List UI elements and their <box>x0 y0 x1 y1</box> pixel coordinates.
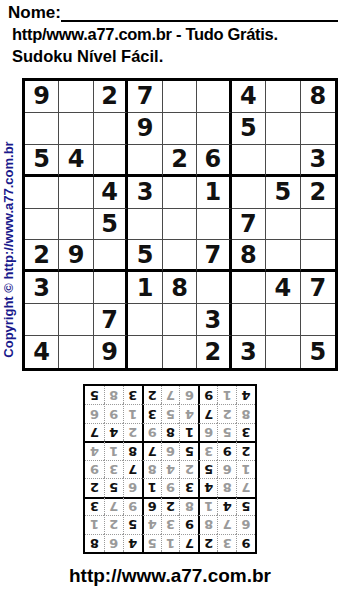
cell-r3c2[interactable]: 4 <box>59 145 93 177</box>
cell-r7c4[interactable]: 1 <box>128 272 162 304</box>
cell-r9c6[interactable]: 2 <box>197 336 231 368</box>
cell-r9c4[interactable] <box>128 336 162 368</box>
solution-cell-r3c9: 3 <box>85 497 104 515</box>
cell-r6c1[interactable]: 2 <box>25 240 59 272</box>
cell-r2c7[interactable]: 5 <box>232 113 266 145</box>
cell-r4c9[interactable]: 2 <box>301 177 335 209</box>
solution-cell-r5c4: 2 <box>179 460 198 478</box>
solution-cell-r3c8: 7 <box>104 497 123 515</box>
solution-cell-r5c7: 7 <box>123 460 142 478</box>
solution-cell-r4c9: 2 <box>85 478 104 496</box>
cell-r9c2[interactable] <box>59 336 93 368</box>
cell-r5c4[interactable] <box>128 209 162 241</box>
cell-r8c5[interactable] <box>163 304 197 336</box>
solution-cell-r9c3: 9 <box>198 386 217 404</box>
cell-r5c7[interactable]: 7 <box>232 209 266 241</box>
cell-r7c5[interactable]: 8 <box>163 272 197 304</box>
solution-cell-r9c8: 8 <box>104 386 123 404</box>
solution-cell-r8c8: 9 <box>104 404 123 422</box>
cell-r8c3[interactable]: 7 <box>94 304 128 336</box>
cell-r5c1[interactable] <box>25 209 59 241</box>
solution-cell-r2c4: 9 <box>179 515 198 533</box>
solution-cell-r4c2: 8 <box>217 478 236 496</box>
solution-cell-r1c3: 2 <box>198 534 217 552</box>
cell-r6c4[interactable]: 5 <box>128 240 162 272</box>
cell-r2c9[interactable] <box>301 113 335 145</box>
solution-cell-r3c5: 2 <box>161 497 180 515</box>
cell-r8c1[interactable] <box>25 304 59 336</box>
cell-r6c5[interactable] <box>163 240 197 272</box>
solution-cell-r3c1: 5 <box>236 497 255 515</box>
cell-r9c9[interactable]: 5 <box>301 336 335 368</box>
cell-r8c4[interactable] <box>128 304 162 336</box>
cell-r1c8[interactable] <box>266 81 300 113</box>
solution-cell-r6c2: 9 <box>217 441 236 459</box>
cell-r6c6[interactable]: 7 <box>197 240 231 272</box>
cell-r6c8[interactable] <box>266 240 300 272</box>
solution-cell-r5c5: 4 <box>161 460 180 478</box>
solution-cell-r7c9: 7 <box>85 423 104 441</box>
solution-cell-r2c7: 5 <box>123 515 142 533</box>
puzzle-level-title: Sudoku Nível Fácil. <box>12 47 163 66</box>
cell-r5c5[interactable] <box>163 209 197 241</box>
solution-cell-r9c4: 6 <box>179 386 198 404</box>
solution-cell-r3c4: 8 <box>179 497 198 515</box>
cell-r9c5[interactable] <box>163 336 197 368</box>
cell-r9c8[interactable] <box>266 336 300 368</box>
cell-r9c1[interactable]: 4 <box>25 336 59 368</box>
cell-r5c9[interactable] <box>301 209 335 241</box>
solution-cell-r9c1: 4 <box>236 386 255 404</box>
solution-cell-r2c8: 2 <box>104 515 123 533</box>
solution-cell-r4c6: 1 <box>142 478 161 496</box>
solution-cell-r4c7: 6 <box>123 478 142 496</box>
cell-r8c2[interactable] <box>59 304 93 336</box>
site-title: http/www.a77.com.br - Tudo Grátis. <box>12 25 340 44</box>
cell-r3c7[interactable] <box>232 145 266 177</box>
solution-cell-r5c9: 9 <box>85 460 104 478</box>
solution-cell-r2c1: 6 <box>236 515 255 533</box>
cell-r1c5[interactable] <box>163 81 197 113</box>
cell-r5c8[interactable] <box>266 209 300 241</box>
solution-cell-r7c7: 2 <box>123 423 142 441</box>
solution-cell-r9c2: 1 <box>217 386 236 404</box>
solution-cell-r6c4: 5 <box>179 441 198 459</box>
cell-r7c6[interactable] <box>197 272 231 304</box>
solution-cell-r1c7: 4 <box>123 534 142 552</box>
solution-cell-r3c2: 4 <box>217 497 236 515</box>
cell-r7c1[interactable]: 3 <box>25 272 59 304</box>
cell-r2c4[interactable]: 9 <box>128 113 162 145</box>
cell-r5c6[interactable] <box>197 209 231 241</box>
solution-cell-r4c4: 3 <box>179 478 198 496</box>
cell-r4c5[interactable] <box>163 177 197 209</box>
solution-cell-r9c5: 7 <box>161 386 180 404</box>
solution-cell-r2c5: 3 <box>161 515 180 533</box>
solution-cell-r5c2: 6 <box>217 460 236 478</box>
cell-r1c3[interactable]: 2 <box>94 81 128 113</box>
cell-r4c6[interactable]: 1 <box>197 177 231 209</box>
cell-r5c3[interactable]: 5 <box>94 209 128 241</box>
solution-cell-r8c4: 4 <box>179 404 198 422</box>
solution-cell-r2c3: 8 <box>198 515 217 533</box>
cell-r2c2[interactable] <box>59 113 93 145</box>
cell-r2c8[interactable] <box>266 113 300 145</box>
cell-r6c9[interactable] <box>301 240 335 272</box>
solution-cell-r1c2: 3 <box>217 534 236 552</box>
solution-cell-r1c9: 8 <box>85 534 104 552</box>
solution-cell-r7c2: 5 <box>217 423 236 441</box>
solution-cell-r7c8: 4 <box>104 423 123 441</box>
solution-cell-r9c9: 5 <box>85 386 104 404</box>
cell-r1c1[interactable]: 9 <box>25 81 59 113</box>
solution-cell-r6c8: 1 <box>104 441 123 459</box>
solution-cell-r9c6: 2 <box>142 386 161 404</box>
sudoku-puzzle-grid: 927489554263431525729578318477349235 <box>22 78 338 371</box>
solution-cell-r6c1: 2 <box>236 441 255 459</box>
solution-cell-r2c6: 4 <box>142 515 161 533</box>
cell-r8c7[interactable] <box>232 304 266 336</box>
solution-cell-r4c1: 7 <box>236 478 255 496</box>
solution-cell-r3c7: 9 <box>123 497 142 515</box>
solution-cell-r8c6: 3 <box>142 404 161 422</box>
cell-r5c2[interactable] <box>59 209 93 241</box>
cell-r1c4[interactable]: 7 <box>128 81 162 113</box>
cell-r1c7[interactable]: 4 <box>232 81 266 113</box>
cell-r7c3[interactable] <box>94 272 128 304</box>
solution-cell-r4c8: 5 <box>104 478 123 496</box>
cell-r9c7[interactable]: 3 <box>232 336 266 368</box>
cell-r7c7[interactable] <box>232 272 266 304</box>
solution-cell-r6c6: 7 <box>142 441 161 459</box>
cell-r3c3[interactable] <box>94 145 128 177</box>
solution-cell-r6c7: 8 <box>123 441 142 459</box>
cell-r2c3[interactable] <box>94 113 128 145</box>
cell-r8c9[interactable] <box>301 304 335 336</box>
sudoku-solution-grid-rotated: 9327154686789345215418269737843916521652… <box>83 384 257 554</box>
solution-cell-r1c8: 6 <box>104 534 123 552</box>
solution-cell-r5c1: 1 <box>236 460 255 478</box>
solution-cell-r7c6: 9 <box>142 423 161 441</box>
cell-r3c4[interactable] <box>128 145 162 177</box>
solution-cell-r5c6: 8 <box>142 460 161 478</box>
solution-cell-r1c6: 5 <box>142 534 161 552</box>
cell-r3c1[interactable]: 5 <box>25 145 59 177</box>
solution-cell-r5c3: 5 <box>198 460 217 478</box>
solution-cell-r1c1: 9 <box>236 534 255 552</box>
footer-url: http://www.a77.com.br <box>0 565 340 587</box>
cell-r7c2[interactable] <box>59 272 93 304</box>
solution-cell-r6c9: 4 <box>85 441 104 459</box>
cell-r6c3[interactable] <box>94 240 128 272</box>
solution-cell-r5c8: 3 <box>104 460 123 478</box>
solution-cell-r3c3: 1 <box>198 497 217 515</box>
cell-r6c2[interactable]: 9 <box>59 240 93 272</box>
cell-r2c6[interactable] <box>197 113 231 145</box>
solution-cell-r4c5: 9 <box>161 478 180 496</box>
solution-cell-r1c4: 7 <box>179 534 198 552</box>
solution-cell-r8c7: 1 <box>123 404 142 422</box>
cell-r1c6[interactable] <box>197 81 231 113</box>
cell-r4c8[interactable]: 5 <box>266 177 300 209</box>
cell-r4c1[interactable] <box>25 177 59 209</box>
solution-cell-r7c4: 1 <box>179 423 198 441</box>
cell-r4c4[interactable]: 3 <box>128 177 162 209</box>
solution-cell-r8c9: 6 <box>85 404 104 422</box>
solution-cell-r8c5: 5 <box>161 404 180 422</box>
cell-r3c8[interactable] <box>266 145 300 177</box>
cell-r2c5[interactable] <box>163 113 197 145</box>
cell-r6c7[interactable]: 8 <box>232 240 266 272</box>
cell-r8c6[interactable]: 3 <box>197 304 231 336</box>
cell-r4c3[interactable]: 4 <box>94 177 128 209</box>
solution-cell-r6c5: 6 <box>161 441 180 459</box>
cell-r1c2[interactable] <box>59 81 93 113</box>
cell-r3c5[interactable]: 2 <box>163 145 197 177</box>
cell-r2c1[interactable] <box>25 113 59 145</box>
solution-cell-r7c3: 6 <box>198 423 217 441</box>
cell-r4c2[interactable] <box>59 177 93 209</box>
solution-cell-r9c7: 3 <box>123 386 142 404</box>
solution-cell-r2c2: 7 <box>217 515 236 533</box>
cell-r1c9[interactable]: 8 <box>301 81 335 113</box>
solution-cell-r1c5: 1 <box>161 534 180 552</box>
solution-cell-r2c9: 1 <box>85 515 104 533</box>
solution-cell-r7c5: 8 <box>161 423 180 441</box>
cell-r7c8[interactable]: 4 <box>266 272 300 304</box>
solution-cell-r8c2: 2 <box>217 404 236 422</box>
cell-r9c3[interactable]: 9 <box>94 336 128 368</box>
solution-cell-r6c3: 3 <box>198 441 217 459</box>
cell-r3c9[interactable]: 3 <box>301 145 335 177</box>
cell-r7c9[interactable]: 7 <box>301 272 335 304</box>
solution-cell-r3c6: 6 <box>142 497 161 515</box>
cell-r3c6[interactable]: 6 <box>197 145 231 177</box>
solution-cell-r8c3: 7 <box>198 404 217 422</box>
copyright-vertical-text: Copyright © http://www.a77.com.br <box>0 83 18 416</box>
cell-r8c8[interactable] <box>266 304 300 336</box>
solution-cell-r8c1: 8 <box>236 404 255 422</box>
name-label: Nome: <box>8 3 61 23</box>
cell-r4c7[interactable] <box>232 177 266 209</box>
solution-cell-r4c3: 4 <box>198 478 217 496</box>
solution-cell-r7c1: 3 <box>236 423 255 441</box>
name-underline[interactable] <box>61 2 338 22</box>
sudoku-worksheet: Nome: http/www.a77.com.br - Tudo Grátis.… <box>0 0 340 596</box>
